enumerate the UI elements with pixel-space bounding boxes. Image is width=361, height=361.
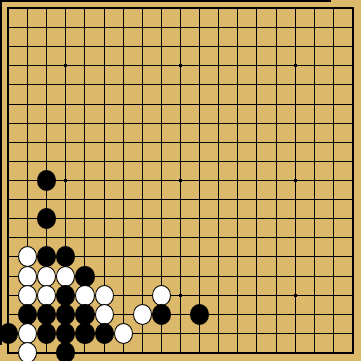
intersection-17-1[interactable] bbox=[305, 0, 324, 18]
intersection-18-18[interactable] bbox=[324, 324, 343, 343]
intersection-5-3[interactable] bbox=[75, 37, 94, 56]
intersection-16-10[interactable] bbox=[286, 171, 305, 190]
intersection-4-6[interactable] bbox=[56, 95, 75, 114]
intersection-19-16[interactable] bbox=[343, 286, 361, 305]
intersection-15-10[interactable] bbox=[266, 171, 285, 190]
intersection-1-17[interactable] bbox=[0, 305, 18, 324]
intersection-4-12[interactable] bbox=[56, 209, 75, 228]
intersection-11-4[interactable] bbox=[190, 56, 209, 75]
intersection-17-2[interactable] bbox=[305, 18, 324, 37]
intersection-7-12[interactable] bbox=[114, 209, 133, 228]
intersection-6-12[interactable] bbox=[95, 209, 114, 228]
intersection-1-14[interactable] bbox=[0, 247, 18, 266]
intersection-13-14[interactable] bbox=[228, 247, 247, 266]
intersection-9-3[interactable] bbox=[152, 37, 171, 56]
intersection-5-14[interactable] bbox=[75, 247, 94, 266]
intersection-1-1[interactable] bbox=[0, 0, 18, 18]
intersection-8-11[interactable] bbox=[133, 190, 152, 209]
intersection-18-9[interactable] bbox=[324, 152, 343, 171]
intersection-8-8[interactable] bbox=[133, 133, 152, 152]
intersection-9-19[interactable] bbox=[152, 343, 171, 361]
intersection-11-15[interactable] bbox=[190, 266, 209, 285]
intersection-10-5[interactable] bbox=[171, 75, 190, 94]
intersection-14-10[interactable] bbox=[247, 171, 266, 190]
intersection-9-9[interactable] bbox=[152, 152, 171, 171]
intersection-9-14[interactable] bbox=[152, 247, 171, 266]
intersection-14-13[interactable] bbox=[247, 228, 266, 247]
intersection-14-5[interactable] bbox=[247, 75, 266, 94]
intersection-9-12[interactable] bbox=[152, 209, 171, 228]
intersection-6-19[interactable] bbox=[95, 343, 114, 361]
intersection-19-1[interactable] bbox=[343, 0, 361, 18]
intersection-3-10[interactable] bbox=[37, 171, 56, 190]
intersection-12-3[interactable] bbox=[209, 37, 228, 56]
intersection-3-7[interactable] bbox=[37, 114, 56, 133]
intersection-8-13[interactable] bbox=[133, 228, 152, 247]
intersection-18-10[interactable] bbox=[324, 171, 343, 190]
intersection-9-15[interactable] bbox=[152, 266, 171, 285]
intersection-7-4[interactable] bbox=[114, 56, 133, 75]
intersection-7-8[interactable] bbox=[114, 133, 133, 152]
intersection-12-10[interactable] bbox=[209, 171, 228, 190]
intersection-5-9[interactable] bbox=[75, 152, 94, 171]
intersection-14-1[interactable] bbox=[247, 0, 266, 18]
intersection-15-8[interactable] bbox=[266, 133, 285, 152]
intersection-17-6[interactable] bbox=[305, 95, 324, 114]
intersection-19-10[interactable] bbox=[343, 171, 361, 190]
intersection-8-3[interactable] bbox=[133, 37, 152, 56]
intersection-8-16[interactable] bbox=[133, 286, 152, 305]
intersection-12-6[interactable] bbox=[209, 95, 228, 114]
intersection-13-1[interactable] bbox=[228, 0, 247, 18]
intersection-16-15[interactable] bbox=[286, 266, 305, 285]
intersection-8-15[interactable] bbox=[133, 266, 152, 285]
intersection-2-2[interactable] bbox=[18, 18, 37, 37]
intersection-19-18[interactable] bbox=[343, 324, 361, 343]
intersection-18-3[interactable] bbox=[324, 37, 343, 56]
intersection-18-1[interactable] bbox=[324, 0, 343, 18]
intersection-10-16[interactable] bbox=[171, 286, 190, 305]
intersection-7-17[interactable] bbox=[114, 305, 133, 324]
intersection-3-6[interactable] bbox=[37, 95, 56, 114]
intersection-10-17[interactable] bbox=[171, 305, 190, 324]
intersection-12-4[interactable] bbox=[209, 56, 228, 75]
intersection-6-3[interactable] bbox=[95, 37, 114, 56]
intersection-17-9[interactable] bbox=[305, 152, 324, 171]
intersection-2-8[interactable] bbox=[18, 133, 37, 152]
intersection-9-2[interactable] bbox=[152, 18, 171, 37]
intersection-17-18[interactable] bbox=[305, 324, 324, 343]
intersection-4-3[interactable] bbox=[56, 37, 75, 56]
intersection-11-17[interactable] bbox=[190, 305, 209, 324]
intersection-12-5[interactable] bbox=[209, 75, 228, 94]
intersection-14-4[interactable] bbox=[247, 56, 266, 75]
intersection-2-7[interactable] bbox=[18, 114, 37, 133]
intersection-18-8[interactable] bbox=[324, 133, 343, 152]
intersection-5-18[interactable] bbox=[75, 324, 94, 343]
intersection-10-9[interactable] bbox=[171, 152, 190, 171]
intersection-7-3[interactable] bbox=[114, 37, 133, 56]
intersection-18-7[interactable] bbox=[324, 114, 343, 133]
intersection-18-12[interactable] bbox=[324, 209, 343, 228]
intersection-3-8[interactable] bbox=[37, 133, 56, 152]
intersection-12-16[interactable] bbox=[209, 286, 228, 305]
intersection-11-11[interactable] bbox=[190, 190, 209, 209]
intersection-18-11[interactable] bbox=[324, 190, 343, 209]
intersection-12-19[interactable] bbox=[209, 343, 228, 361]
intersection-17-7[interactable] bbox=[305, 114, 324, 133]
intersection-9-8[interactable] bbox=[152, 133, 171, 152]
intersection-16-5[interactable] bbox=[286, 75, 305, 94]
intersection-11-7[interactable] bbox=[190, 114, 209, 133]
intersection-4-17[interactable] bbox=[56, 305, 75, 324]
intersection-15-13[interactable] bbox=[266, 228, 285, 247]
intersection-4-8[interactable] bbox=[56, 133, 75, 152]
intersection-13-17[interactable] bbox=[228, 305, 247, 324]
intersection-10-2[interactable] bbox=[171, 18, 190, 37]
intersection-10-18[interactable] bbox=[171, 324, 190, 343]
intersection-1-8[interactable] bbox=[0, 133, 18, 152]
intersection-11-8[interactable] bbox=[190, 133, 209, 152]
intersection-11-13[interactable] bbox=[190, 228, 209, 247]
intersection-7-2[interactable] bbox=[114, 18, 133, 37]
intersection-6-11[interactable] bbox=[95, 190, 114, 209]
intersection-6-8[interactable] bbox=[95, 133, 114, 152]
intersection-15-15[interactable] bbox=[266, 266, 285, 285]
intersection-16-13[interactable] bbox=[286, 228, 305, 247]
intersection-16-2[interactable] bbox=[286, 18, 305, 37]
intersection-4-16[interactable] bbox=[56, 286, 75, 305]
intersection-1-5[interactable] bbox=[0, 75, 18, 94]
intersection-18-15[interactable] bbox=[324, 266, 343, 285]
intersection-2-16[interactable] bbox=[18, 286, 37, 305]
intersection-13-10[interactable] bbox=[228, 171, 247, 190]
intersection-7-14[interactable] bbox=[114, 247, 133, 266]
intersection-8-10[interactable] bbox=[133, 171, 152, 190]
intersection-5-12[interactable] bbox=[75, 209, 94, 228]
intersection-2-17[interactable] bbox=[18, 305, 37, 324]
intersection-17-17[interactable] bbox=[305, 305, 324, 324]
intersection-11-5[interactable] bbox=[190, 75, 209, 94]
intersection-4-14[interactable] bbox=[56, 247, 75, 266]
intersection-13-6[interactable] bbox=[228, 95, 247, 114]
intersection-3-16[interactable] bbox=[37, 286, 56, 305]
intersection-16-3[interactable] bbox=[286, 37, 305, 56]
intersection-16-6[interactable] bbox=[286, 95, 305, 114]
intersection-10-8[interactable] bbox=[171, 133, 190, 152]
intersection-18-2[interactable] bbox=[324, 18, 343, 37]
intersection-15-17[interactable] bbox=[266, 305, 285, 324]
intersection-15-5[interactable] bbox=[266, 75, 285, 94]
intersection-2-6[interactable] bbox=[18, 95, 37, 114]
intersection-14-19[interactable] bbox=[247, 343, 266, 361]
intersection-6-13[interactable] bbox=[95, 228, 114, 247]
intersection-14-7[interactable] bbox=[247, 114, 266, 133]
intersection-17-15[interactable] bbox=[305, 266, 324, 285]
intersection-14-3[interactable] bbox=[247, 37, 266, 56]
intersection-19-4[interactable] bbox=[343, 56, 361, 75]
intersection-19-11[interactable] bbox=[343, 190, 361, 209]
intersection-3-13[interactable] bbox=[37, 228, 56, 247]
intersection-12-17[interactable] bbox=[209, 305, 228, 324]
intersection-4-15[interactable] bbox=[56, 266, 75, 285]
intersection-3-17[interactable] bbox=[37, 305, 56, 324]
intersection-15-19[interactable] bbox=[266, 343, 285, 361]
intersection-11-19[interactable] bbox=[190, 343, 209, 361]
intersection-17-3[interactable] bbox=[305, 37, 324, 56]
intersection-1-2[interactable] bbox=[0, 18, 18, 37]
intersection-2-3[interactable] bbox=[18, 37, 37, 56]
intersection-11-9[interactable] bbox=[190, 152, 209, 171]
intersection-3-1[interactable] bbox=[37, 0, 56, 18]
intersection-19-12[interactable] bbox=[343, 209, 361, 228]
intersection-13-19[interactable] bbox=[228, 343, 247, 361]
intersection-3-2[interactable] bbox=[37, 18, 56, 37]
intersection-13-2[interactable] bbox=[228, 18, 247, 37]
intersection-18-5[interactable] bbox=[324, 75, 343, 94]
intersection-3-12[interactable] bbox=[37, 209, 56, 228]
intersection-15-11[interactable] bbox=[266, 190, 285, 209]
intersection-2-13[interactable] bbox=[18, 228, 37, 247]
intersection-13-15[interactable] bbox=[228, 266, 247, 285]
intersection-1-16[interactable] bbox=[0, 286, 18, 305]
intersection-11-12[interactable] bbox=[190, 209, 209, 228]
intersection-13-8[interactable] bbox=[228, 133, 247, 152]
intersection-15-2[interactable] bbox=[266, 18, 285, 37]
intersection-18-19[interactable] bbox=[324, 343, 343, 361]
intersection-18-4[interactable] bbox=[324, 56, 343, 75]
intersection-2-1[interactable] bbox=[18, 0, 37, 18]
intersection-13-11[interactable] bbox=[228, 190, 247, 209]
intersection-7-11[interactable] bbox=[114, 190, 133, 209]
intersection-4-2[interactable] bbox=[56, 18, 75, 37]
intersection-15-18[interactable] bbox=[266, 324, 285, 343]
intersection-17-13[interactable] bbox=[305, 228, 324, 247]
intersection-3-9[interactable] bbox=[37, 152, 56, 171]
intersection-14-11[interactable] bbox=[247, 190, 266, 209]
intersection-6-16[interactable] bbox=[95, 286, 114, 305]
intersection-16-4[interactable] bbox=[286, 56, 305, 75]
intersection-12-12[interactable] bbox=[209, 209, 228, 228]
intersection-9-1[interactable] bbox=[152, 0, 171, 18]
intersection-16-16[interactable] bbox=[286, 286, 305, 305]
intersection-7-9[interactable] bbox=[114, 152, 133, 171]
intersection-12-7[interactable] bbox=[209, 114, 228, 133]
intersection-15-3[interactable] bbox=[266, 37, 285, 56]
intersection-9-18[interactable] bbox=[152, 324, 171, 343]
intersection-8-18[interactable] bbox=[133, 324, 152, 343]
intersection-3-19[interactable] bbox=[37, 343, 56, 361]
intersection-3-18[interactable] bbox=[37, 324, 56, 343]
intersection-12-9[interactable] bbox=[209, 152, 228, 171]
intersection-5-6[interactable] bbox=[75, 95, 94, 114]
intersection-4-5[interactable] bbox=[56, 75, 75, 94]
intersection-8-4[interactable] bbox=[133, 56, 152, 75]
intersection-10-15[interactable] bbox=[171, 266, 190, 285]
intersection-1-13[interactable] bbox=[0, 228, 18, 247]
intersection-9-16[interactable] bbox=[152, 286, 171, 305]
intersection-6-5[interactable] bbox=[95, 75, 114, 94]
intersection-8-6[interactable] bbox=[133, 95, 152, 114]
intersection-9-5[interactable] bbox=[152, 75, 171, 94]
intersection-1-15[interactable] bbox=[0, 266, 18, 285]
intersection-4-4[interactable] bbox=[56, 56, 75, 75]
intersection-4-13[interactable] bbox=[56, 228, 75, 247]
intersection-19-2[interactable] bbox=[343, 18, 361, 37]
intersection-10-1[interactable] bbox=[171, 0, 190, 18]
intersection-6-14[interactable] bbox=[95, 247, 114, 266]
intersection-4-1[interactable] bbox=[56, 0, 75, 18]
intersection-4-18[interactable] bbox=[56, 324, 75, 343]
intersection-14-16[interactable] bbox=[247, 286, 266, 305]
intersection-1-18[interactable] bbox=[0, 324, 18, 343]
intersection-14-8[interactable] bbox=[247, 133, 266, 152]
intersection-10-14[interactable] bbox=[171, 247, 190, 266]
intersection-1-10[interactable] bbox=[0, 171, 18, 190]
intersection-16-8[interactable] bbox=[286, 133, 305, 152]
intersection-5-10[interactable] bbox=[75, 171, 94, 190]
intersection-19-5[interactable] bbox=[343, 75, 361, 94]
intersection-15-4[interactable] bbox=[266, 56, 285, 75]
intersection-12-13[interactable] bbox=[209, 228, 228, 247]
intersection-8-1[interactable] bbox=[133, 0, 152, 18]
intersection-10-12[interactable] bbox=[171, 209, 190, 228]
intersection-19-3[interactable] bbox=[343, 37, 361, 56]
intersection-1-19[interactable] bbox=[0, 343, 18, 361]
intersection-19-9[interactable] bbox=[343, 152, 361, 171]
intersection-13-4[interactable] bbox=[228, 56, 247, 75]
intersection-16-11[interactable] bbox=[286, 190, 305, 209]
intersection-10-10[interactable] bbox=[171, 171, 190, 190]
intersection-19-19[interactable] bbox=[343, 343, 361, 361]
intersection-11-10[interactable] bbox=[190, 171, 209, 190]
intersection-16-12[interactable] bbox=[286, 209, 305, 228]
intersection-1-11[interactable] bbox=[0, 190, 18, 209]
intersection-18-17[interactable] bbox=[324, 305, 343, 324]
intersection-7-7[interactable] bbox=[114, 114, 133, 133]
intersection-13-18[interactable] bbox=[228, 324, 247, 343]
intersection-7-16[interactable] bbox=[114, 286, 133, 305]
intersection-7-5[interactable] bbox=[114, 75, 133, 94]
intersection-14-18[interactable] bbox=[247, 324, 266, 343]
intersection-10-3[interactable] bbox=[171, 37, 190, 56]
intersection-5-11[interactable] bbox=[75, 190, 94, 209]
intersection-17-5[interactable] bbox=[305, 75, 324, 94]
intersection-13-12[interactable] bbox=[228, 209, 247, 228]
intersection-6-2[interactable] bbox=[95, 18, 114, 37]
intersection-17-4[interactable] bbox=[305, 56, 324, 75]
intersection-14-9[interactable] bbox=[247, 152, 266, 171]
intersection-1-7[interactable] bbox=[0, 114, 18, 133]
intersection-1-4[interactable] bbox=[0, 56, 18, 75]
intersection-4-9[interactable] bbox=[56, 152, 75, 171]
intersection-16-19[interactable] bbox=[286, 343, 305, 361]
intersection-11-6[interactable] bbox=[190, 95, 209, 114]
intersection-17-12[interactable] bbox=[305, 209, 324, 228]
intersection-19-6[interactable] bbox=[343, 95, 361, 114]
intersection-14-15[interactable] bbox=[247, 266, 266, 285]
intersection-2-15[interactable] bbox=[18, 266, 37, 285]
intersection-3-14[interactable] bbox=[37, 247, 56, 266]
intersection-19-17[interactable] bbox=[343, 305, 361, 324]
intersection-13-16[interactable] bbox=[228, 286, 247, 305]
intersection-13-5[interactable] bbox=[228, 75, 247, 94]
intersection-10-6[interactable] bbox=[171, 95, 190, 114]
intersection-2-19[interactable] bbox=[18, 343, 37, 361]
intersection-7-19[interactable] bbox=[114, 343, 133, 361]
intersection-12-1[interactable] bbox=[209, 0, 228, 18]
intersection-13-3[interactable] bbox=[228, 37, 247, 56]
intersection-10-11[interactable] bbox=[171, 190, 190, 209]
intersection-1-6[interactable] bbox=[0, 95, 18, 114]
intersection-15-14[interactable] bbox=[266, 247, 285, 266]
intersection-7-15[interactable] bbox=[114, 266, 133, 285]
intersection-9-11[interactable] bbox=[152, 190, 171, 209]
intersection-15-6[interactable] bbox=[266, 95, 285, 114]
intersection-11-14[interactable] bbox=[190, 247, 209, 266]
intersection-1-3[interactable] bbox=[0, 37, 18, 56]
intersection-17-11[interactable] bbox=[305, 190, 324, 209]
intersection-18-13[interactable] bbox=[324, 228, 343, 247]
intersection-13-13[interactable] bbox=[228, 228, 247, 247]
intersection-10-19[interactable] bbox=[171, 343, 190, 361]
intersection-11-3[interactable] bbox=[190, 37, 209, 56]
intersection-16-9[interactable] bbox=[286, 152, 305, 171]
intersection-17-16[interactable] bbox=[305, 286, 324, 305]
intersection-6-6[interactable] bbox=[95, 95, 114, 114]
intersection-12-11[interactable] bbox=[209, 190, 228, 209]
intersection-7-6[interactable] bbox=[114, 95, 133, 114]
intersection-2-4[interactable] bbox=[18, 56, 37, 75]
intersection-5-16[interactable] bbox=[75, 286, 94, 305]
intersection-4-11[interactable] bbox=[56, 190, 75, 209]
intersection-2-14[interactable] bbox=[18, 247, 37, 266]
intersection-15-7[interactable] bbox=[266, 114, 285, 133]
intersection-2-18[interactable] bbox=[18, 324, 37, 343]
intersection-11-18[interactable] bbox=[190, 324, 209, 343]
intersection-8-19[interactable] bbox=[133, 343, 152, 361]
intersection-1-12[interactable] bbox=[0, 209, 18, 228]
intersection-17-10[interactable] bbox=[305, 171, 324, 190]
intersection-8-12[interactable] bbox=[133, 209, 152, 228]
intersection-5-19[interactable] bbox=[75, 343, 94, 361]
intersection-14-12[interactable] bbox=[247, 209, 266, 228]
intersection-5-17[interactable] bbox=[75, 305, 94, 324]
intersection-8-17[interactable] bbox=[133, 305, 152, 324]
intersection-5-13[interactable] bbox=[75, 228, 94, 247]
intersection-12-8[interactable] bbox=[209, 133, 228, 152]
intersection-18-14[interactable] bbox=[324, 247, 343, 266]
intersection-3-5[interactable] bbox=[37, 75, 56, 94]
intersection-6-9[interactable] bbox=[95, 152, 114, 171]
intersection-8-14[interactable] bbox=[133, 247, 152, 266]
intersection-19-13[interactable] bbox=[343, 228, 361, 247]
intersection-3-4[interactable] bbox=[37, 56, 56, 75]
intersection-9-4[interactable] bbox=[152, 56, 171, 75]
intersection-4-7[interactable] bbox=[56, 114, 75, 133]
intersection-16-18[interactable] bbox=[286, 324, 305, 343]
intersection-12-2[interactable] bbox=[209, 18, 228, 37]
intersection-6-15[interactable] bbox=[95, 266, 114, 285]
intersection-19-15[interactable] bbox=[343, 266, 361, 285]
intersection-2-12[interactable] bbox=[18, 209, 37, 228]
intersection-9-10[interactable] bbox=[152, 171, 171, 190]
intersection-19-7[interactable] bbox=[343, 114, 361, 133]
intersection-14-2[interactable] bbox=[247, 18, 266, 37]
intersection-13-9[interactable] bbox=[228, 152, 247, 171]
intersection-8-9[interactable] bbox=[133, 152, 152, 171]
intersection-6-18[interactable] bbox=[95, 324, 114, 343]
